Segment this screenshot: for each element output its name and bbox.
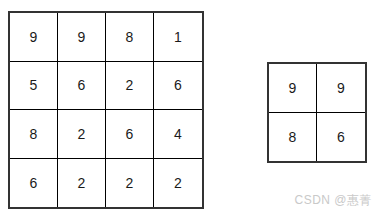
input-cell-r1c1: 6 <box>58 62 106 111</box>
input-cell-r2c3: 4 <box>154 110 202 159</box>
input-cell-r2c2: 6 <box>106 110 154 159</box>
input-cell-r0c0: 9 <box>10 13 58 62</box>
output-cell-r0c1: 9 <box>317 64 365 113</box>
figure-canvas: 9 9 8 1 5 6 2 6 8 2 6 4 6 2 2 2 9 9 8 6 … <box>0 0 379 217</box>
input-cell-r3c2: 2 <box>106 159 154 208</box>
input-cell-r1c2: 2 <box>106 62 154 111</box>
input-cell-r0c3: 1 <box>154 13 202 62</box>
input-cell-r2c1: 2 <box>58 110 106 159</box>
output-cell-r1c1: 6 <box>317 113 365 162</box>
output-cell-r1c0: 8 <box>269 113 317 162</box>
input-cell-r3c0: 6 <box>10 159 58 208</box>
input-cell-r3c1: 2 <box>58 159 106 208</box>
input-cell-r1c3: 6 <box>154 62 202 111</box>
output-cell-r0c0: 9 <box>269 64 317 113</box>
input-cell-r1c0: 5 <box>10 62 58 111</box>
watermark-text: CSDN @惠菁 <box>294 192 372 209</box>
input-cell-r2c0: 8 <box>10 110 58 159</box>
input-cell-r0c1: 9 <box>58 13 106 62</box>
input-cell-r3c3: 2 <box>154 159 202 208</box>
output-grid: 9 9 8 6 <box>267 62 367 163</box>
input-grid: 9 9 8 1 5 6 2 6 8 2 6 4 6 2 2 2 <box>8 11 204 209</box>
input-cell-r0c2: 8 <box>106 13 154 62</box>
